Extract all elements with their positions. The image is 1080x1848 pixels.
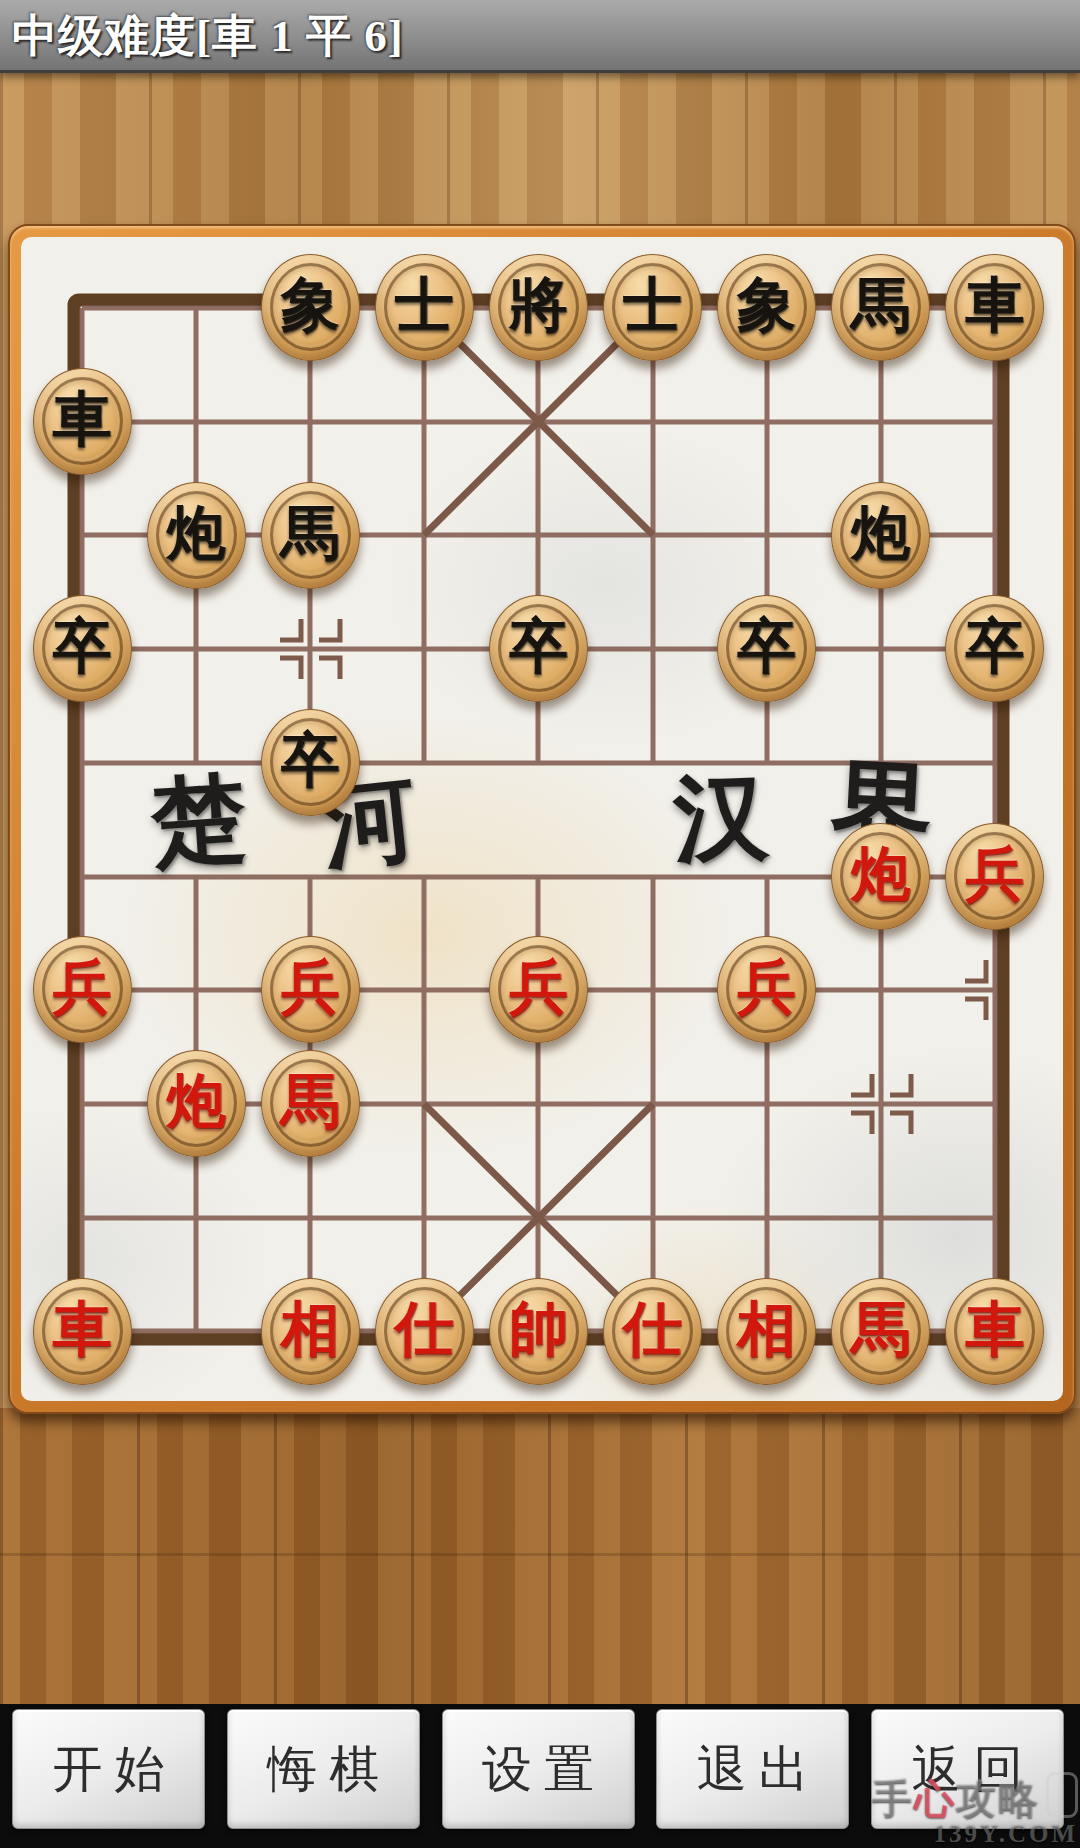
piece-black-象[interactable]: 象 bbox=[717, 254, 816, 361]
piece-glyph: 馬 bbox=[281, 504, 340, 563]
piece-glyph: 炮 bbox=[167, 1072, 226, 1131]
start-button[interactable]: 开始 bbox=[12, 1709, 205, 1829]
piece-glyph: 車 bbox=[53, 1300, 112, 1359]
piece-black-炮[interactable]: 炮 bbox=[147, 482, 246, 589]
settings-button[interactable]: 设置 bbox=[442, 1709, 635, 1829]
piece-glyph: 馬 bbox=[851, 276, 910, 335]
exit-button[interactable]: 退出 bbox=[656, 1709, 849, 1829]
piece-glyph: 馬 bbox=[851, 1300, 910, 1359]
piece-red-馬[interactable]: 馬 bbox=[261, 1050, 360, 1157]
piece-glyph: 車 bbox=[965, 1300, 1024, 1359]
piece-glyph: 象 bbox=[737, 276, 796, 335]
piece-glyph: 相 bbox=[281, 1300, 340, 1359]
piece-glyph: 卒 bbox=[53, 617, 112, 676]
piece-glyph: 相 bbox=[737, 1300, 796, 1359]
wood-background-lower bbox=[0, 1408, 1080, 1706]
piece-red-兵[interactable]: 兵 bbox=[33, 936, 132, 1043]
piece-black-卒[interactable]: 卒 bbox=[717, 595, 816, 702]
piece-red-兵[interactable]: 兵 bbox=[945, 823, 1044, 930]
piece-glyph: 兵 bbox=[737, 958, 796, 1017]
piece-glyph: 兵 bbox=[965, 845, 1024, 904]
piece-red-炮[interactable]: 炮 bbox=[147, 1050, 246, 1157]
piece-glyph: 炮 bbox=[851, 504, 910, 563]
watermark: 手心攻略 139Y.COM bbox=[872, 1772, 1078, 1846]
piece-glyph: 帥 bbox=[509, 1300, 568, 1359]
piece-black-將[interactable]: 將 bbox=[489, 254, 588, 361]
piece-red-相[interactable]: 相 bbox=[261, 1278, 360, 1385]
piece-black-卒[interactable]: 卒 bbox=[33, 595, 132, 702]
piece-glyph: 卒 bbox=[509, 617, 568, 676]
watermark-badge-icon bbox=[1046, 1772, 1078, 1818]
piece-glyph: 馬 bbox=[281, 1072, 340, 1131]
piece-glyph: 兵 bbox=[509, 958, 568, 1017]
piece-glyph: 車 bbox=[965, 276, 1024, 335]
piece-glyph: 象 bbox=[281, 276, 340, 335]
watermark-logo-icon: 心 bbox=[914, 1776, 956, 1821]
piece-glyph: 卒 bbox=[737, 617, 796, 676]
piece-glyph: 卒 bbox=[965, 617, 1024, 676]
piece-glyph: 士 bbox=[395, 276, 454, 335]
piece-glyph: 車 bbox=[53, 390, 112, 449]
piece-red-車[interactable]: 車 bbox=[33, 1278, 132, 1385]
piece-red-兵[interactable]: 兵 bbox=[261, 936, 360, 1043]
xiangqi-board[interactable]: 楚 河 汉 界 象士將士象馬車車炮馬炮卒卒卒卒卒炮兵兵兵兵兵炮馬車相仕帥仕相馬車 bbox=[25, 251, 1052, 1388]
piece-red-炮[interactable]: 炮 bbox=[831, 823, 930, 930]
title-bar: 中级难度[車 1 平 6] bbox=[0, 0, 1080, 73]
piece-glyph: 兵 bbox=[281, 958, 340, 1017]
piece-red-仕[interactable]: 仕 bbox=[603, 1278, 702, 1385]
difficulty-and-move-title: 中级难度[車 1 平 6] bbox=[12, 6, 404, 66]
piece-glyph: 兵 bbox=[53, 958, 112, 1017]
pieces-layer: 象士將士象馬車車炮馬炮卒卒卒卒卒炮兵兵兵兵兵炮馬車相仕帥仕相馬車 bbox=[25, 251, 1052, 1388]
piece-black-卒[interactable]: 卒 bbox=[261, 709, 360, 816]
piece-glyph: 仕 bbox=[623, 1300, 682, 1359]
piece-glyph: 炮 bbox=[167, 504, 226, 563]
undo-move-button[interactable]: 悔棋 bbox=[227, 1709, 420, 1829]
piece-glyph: 卒 bbox=[281, 731, 340, 790]
watermark-site-name: 手心攻略 bbox=[872, 1772, 1078, 1819]
piece-red-車[interactable]: 車 bbox=[945, 1278, 1044, 1385]
piece-red-兵[interactable]: 兵 bbox=[717, 936, 816, 1043]
piece-black-卒[interactable]: 卒 bbox=[489, 595, 588, 702]
piece-black-炮[interactable]: 炮 bbox=[831, 482, 930, 589]
piece-glyph: 仕 bbox=[395, 1300, 454, 1359]
piece-black-馬[interactable]: 馬 bbox=[261, 482, 360, 589]
piece-red-馬[interactable]: 馬 bbox=[831, 1278, 930, 1385]
piece-glyph: 炮 bbox=[851, 845, 910, 904]
app-screen: 中级难度[車 1 平 6] bbox=[0, 0, 1080, 1848]
piece-red-兵[interactable]: 兵 bbox=[489, 936, 588, 1043]
piece-red-相[interactable]: 相 bbox=[717, 1278, 816, 1385]
piece-black-車[interactable]: 車 bbox=[945, 254, 1044, 361]
watermark-domain: 139Y.COM bbox=[872, 1821, 1078, 1846]
piece-black-象[interactable]: 象 bbox=[261, 254, 360, 361]
piece-black-士[interactable]: 士 bbox=[375, 254, 474, 361]
piece-black-車[interactable]: 車 bbox=[33, 368, 132, 475]
piece-black-馬[interactable]: 馬 bbox=[831, 254, 930, 361]
piece-black-士[interactable]: 士 bbox=[603, 254, 702, 361]
piece-black-卒[interactable]: 卒 bbox=[945, 595, 1044, 702]
piece-red-仕[interactable]: 仕 bbox=[375, 1278, 474, 1385]
piece-glyph: 士 bbox=[623, 276, 682, 335]
piece-glyph: 將 bbox=[509, 276, 568, 335]
piece-red-帥[interactable]: 帥 bbox=[489, 1278, 588, 1385]
